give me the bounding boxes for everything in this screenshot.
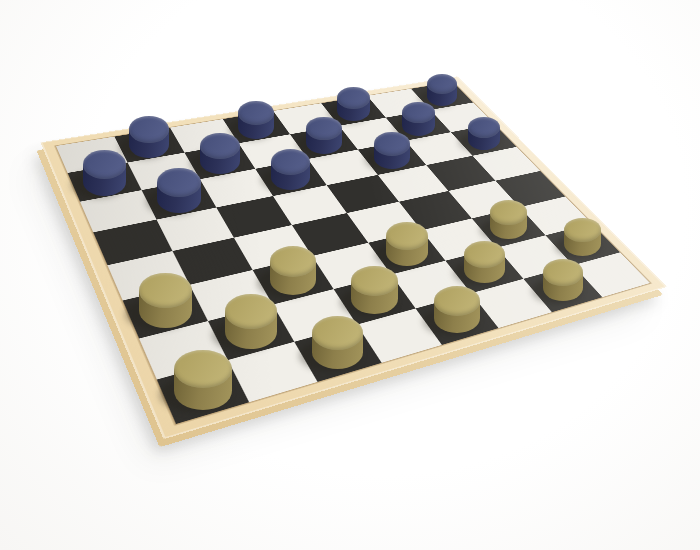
- checkers-board: [56, 82, 650, 424]
- product-photo-background: [0, 0, 700, 550]
